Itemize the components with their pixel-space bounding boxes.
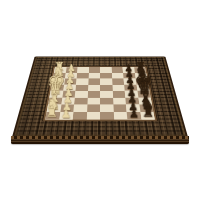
board-square[interactable]: ♜ xyxy=(45,112,60,120)
board-square[interactable] xyxy=(100,84,112,90)
board-square[interactable] xyxy=(88,84,100,90)
board-square[interactable] xyxy=(75,84,88,90)
board-square[interactable] xyxy=(113,104,127,111)
board-square[interactable] xyxy=(113,112,127,120)
board-square[interactable] xyxy=(87,104,100,111)
board-square[interactable]: ♟ xyxy=(127,112,141,120)
board-square[interactable] xyxy=(100,112,114,120)
front-edge-wood-bands xyxy=(11,139,189,144)
board-square[interactable] xyxy=(74,97,87,104)
board-square[interactable] xyxy=(87,91,100,98)
board-square[interactable] xyxy=(75,91,88,98)
board-square[interactable] xyxy=(100,91,113,98)
product-photo-scene: ♜♟♟♜♞♟♟♞♝♟♟♝♚♟♟♚♛♟♟♛♝♟♟♝♞♟♟♞♜♟♟♜ xyxy=(0,0,200,200)
board-front-edge xyxy=(11,136,189,144)
chess-piece-white-rook[interactable]: ♜ xyxy=(46,105,59,119)
chess-piece-black-rook[interactable]: ♜ xyxy=(142,105,155,119)
chess-piece-white-pawn[interactable]: ♟ xyxy=(61,108,71,119)
board-square[interactable] xyxy=(73,112,87,120)
board-square[interactable] xyxy=(112,91,125,98)
chess-board: ♜♟♟♜♞♟♟♞♝♟♟♝♚♟♟♚♛♟♟♛♝♟♟♝♞♟♟♞♜♟♟♜ xyxy=(12,57,188,137)
board-square[interactable]: ♜ xyxy=(140,112,155,120)
board-square[interactable] xyxy=(73,104,87,111)
board-square[interactable] xyxy=(100,97,113,104)
chess-piece-black-pawn[interactable]: ♟ xyxy=(129,108,139,119)
board-square[interactable]: ♟ xyxy=(59,112,73,120)
board-square[interactable] xyxy=(100,104,113,111)
playing-area: ♜♟♟♜♞♟♟♞♝♟♟♝♚♟♟♚♛♟♟♛♝♟♟♝♞♟♟♞♜♟♟♜ xyxy=(43,66,157,120)
board-square[interactable] xyxy=(86,112,100,120)
board-square[interactable] xyxy=(113,97,126,104)
board-square[interactable] xyxy=(87,97,100,104)
board-square[interactable] xyxy=(112,84,125,90)
